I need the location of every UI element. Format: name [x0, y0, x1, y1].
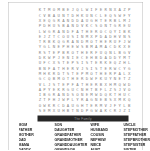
word-list-title-bar: The Family	[38, 116, 129, 122]
word-search-letter-grid: KTMOMBEJQLWIFERNXAZPCVBAUNTDHKUNCLEQSWFY…	[38, 8, 132, 114]
word-item: DADDY	[19, 148, 55, 151]
word-list: MOMFATHERMOTHERDADMAMADADDYSONDAUGHTERGR…	[19, 123, 148, 151]
word-list-column: MOMFATHERMOTHERDADMAMADADDY	[19, 123, 55, 151]
grid-cell: I	[127, 108, 132, 113]
word-list-column: SONDAUGHTERGRANDFATHERGRANDMOTHERGRANDDA…	[55, 123, 91, 151]
word-list-column: UNCLESTEPMOTHERSTEPFATHERSTEPBROTHERSTEP…	[124, 123, 148, 151]
puzzle-page: KTMOMBEJQLWIFERNXAZPCVBAUNTDHKUNCLEQSWFY…	[8, 2, 143, 150]
scaled-canvas: KTMOMBEJQLWIFERNXAZPCVBAUNTDHKUNCLEQSWFY…	[0, 0, 150, 150]
word-list-title-label: The Family	[74, 117, 91, 120]
word-item: GRANDSON	[55, 148, 91, 151]
word-item: AUNT	[91, 148, 124, 151]
word-list-column: WIFEHUSBANDCOUSINNEPHEWNIECEAUNT	[91, 123, 124, 151]
word-item: SISTER	[124, 148, 148, 151]
screenshot-viewport: KTMOMBEJQLWIFERNXAZPCVBAUNTDHKUNCLEQSWFY…	[0, 0, 150, 150]
